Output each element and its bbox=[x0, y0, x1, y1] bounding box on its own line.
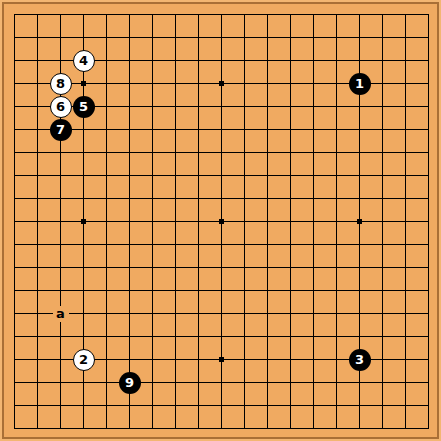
board-intersection[interactable] bbox=[164, 394, 187, 417]
board-intersection[interactable] bbox=[325, 279, 348, 302]
board-intersection[interactable]: 2 bbox=[72, 348, 95, 371]
board-intersection[interactable] bbox=[302, 371, 325, 394]
board-intersection[interactable] bbox=[72, 187, 95, 210]
board-intersection[interactable] bbox=[325, 417, 348, 440]
board-intersection[interactable] bbox=[49, 141, 72, 164]
board-intersection[interactable] bbox=[210, 210, 233, 233]
board-intersection[interactable] bbox=[325, 26, 348, 49]
board-intersection[interactable] bbox=[371, 164, 394, 187]
stone-black-3[interactable]: 3 bbox=[349, 349, 371, 371]
board-intersection[interactable] bbox=[417, 325, 440, 348]
board-intersection[interactable] bbox=[371, 371, 394, 394]
board-intersection[interactable] bbox=[141, 256, 164, 279]
board-intersection[interactable] bbox=[164, 325, 187, 348]
board-intersection[interactable] bbox=[279, 302, 302, 325]
board-intersection[interactable] bbox=[325, 394, 348, 417]
board-intersection[interactable] bbox=[164, 348, 187, 371]
board-intersection[interactable] bbox=[325, 325, 348, 348]
board-intersection[interactable] bbox=[394, 302, 417, 325]
board-intersection[interactable] bbox=[233, 417, 256, 440]
board-intersection[interactable] bbox=[394, 95, 417, 118]
board-intersection[interactable] bbox=[141, 49, 164, 72]
board-intersection[interactable] bbox=[371, 72, 394, 95]
board-intersection[interactable] bbox=[26, 141, 49, 164]
board-intersection[interactable] bbox=[256, 187, 279, 210]
board-intersection[interactable] bbox=[256, 72, 279, 95]
board-intersection[interactable] bbox=[417, 279, 440, 302]
board-intersection[interactable] bbox=[49, 394, 72, 417]
board-intersection[interactable] bbox=[164, 279, 187, 302]
board-intersection[interactable] bbox=[302, 26, 325, 49]
board-intersection[interactable] bbox=[417, 417, 440, 440]
board-intersection[interactable] bbox=[141, 118, 164, 141]
board-intersection[interactable] bbox=[210, 348, 233, 371]
board-intersection[interactable]: 8 bbox=[49, 72, 72, 95]
board-intersection[interactable] bbox=[279, 141, 302, 164]
board-intersection[interactable] bbox=[233, 325, 256, 348]
board-intersection[interactable] bbox=[371, 233, 394, 256]
board-intersection[interactable] bbox=[279, 348, 302, 371]
board-intersection[interactable] bbox=[233, 95, 256, 118]
board-intersection[interactable] bbox=[164, 187, 187, 210]
board-intersection[interactable] bbox=[325, 95, 348, 118]
board-intersection[interactable] bbox=[26, 26, 49, 49]
board-intersection[interactable] bbox=[49, 233, 72, 256]
board-intersection[interactable] bbox=[95, 417, 118, 440]
board-intersection[interactable] bbox=[26, 3, 49, 26]
board-intersection[interactable] bbox=[26, 371, 49, 394]
board-intersection[interactable] bbox=[187, 3, 210, 26]
board-intersection[interactable] bbox=[95, 141, 118, 164]
board-intersection[interactable] bbox=[371, 302, 394, 325]
board-intersection[interactable] bbox=[72, 394, 95, 417]
board-intersection[interactable] bbox=[348, 26, 371, 49]
board-intersection[interactable] bbox=[302, 141, 325, 164]
board-intersection[interactable] bbox=[141, 72, 164, 95]
board-intersection[interactable] bbox=[118, 3, 141, 26]
board-intersection[interactable] bbox=[325, 164, 348, 187]
board-intersection[interactable] bbox=[49, 417, 72, 440]
board-intersection[interactable] bbox=[325, 256, 348, 279]
board-intersection[interactable] bbox=[302, 302, 325, 325]
board-intersection[interactable] bbox=[279, 49, 302, 72]
board-intersection[interactable] bbox=[141, 325, 164, 348]
board-intersection[interactable] bbox=[417, 302, 440, 325]
board-intersection[interactable] bbox=[256, 417, 279, 440]
board-intersection[interactable] bbox=[371, 394, 394, 417]
board-intersection[interactable] bbox=[256, 26, 279, 49]
board-intersection[interactable] bbox=[72, 26, 95, 49]
board-intersection[interactable] bbox=[394, 325, 417, 348]
board-intersection[interactable] bbox=[371, 118, 394, 141]
board-intersection[interactable] bbox=[118, 233, 141, 256]
board-intersection[interactable] bbox=[3, 233, 26, 256]
board-intersection[interactable] bbox=[164, 72, 187, 95]
board-intersection[interactable] bbox=[279, 3, 302, 26]
board-intersection[interactable] bbox=[3, 187, 26, 210]
board-intersection[interactable] bbox=[72, 3, 95, 26]
stone-white-4[interactable]: 4 bbox=[73, 50, 95, 72]
board-intersection[interactable] bbox=[95, 371, 118, 394]
board-intersection[interactable] bbox=[95, 72, 118, 95]
board-intersection[interactable] bbox=[187, 72, 210, 95]
board-intersection[interactable] bbox=[417, 72, 440, 95]
board-intersection[interactable]: 1 bbox=[348, 72, 371, 95]
board-intersection[interactable] bbox=[394, 256, 417, 279]
board-intersection[interactable] bbox=[141, 279, 164, 302]
board-intersection[interactable] bbox=[325, 118, 348, 141]
board-intersection[interactable] bbox=[325, 141, 348, 164]
board-intersection[interactable]: a bbox=[49, 302, 72, 325]
board-intersection[interactable] bbox=[233, 72, 256, 95]
board-intersection[interactable] bbox=[371, 417, 394, 440]
stone-white-2[interactable]: 2 bbox=[73, 349, 95, 371]
board-intersection[interactable] bbox=[210, 256, 233, 279]
board-intersection[interactable] bbox=[279, 210, 302, 233]
board-intersection[interactable] bbox=[233, 348, 256, 371]
stone-white-6[interactable]: 6 bbox=[50, 96, 72, 118]
board-intersection[interactable] bbox=[256, 348, 279, 371]
board-intersection[interactable] bbox=[3, 394, 26, 417]
board-intersection[interactable] bbox=[279, 394, 302, 417]
board-intersection[interactable] bbox=[72, 210, 95, 233]
board-intersection[interactable] bbox=[348, 164, 371, 187]
board-intersection[interactable] bbox=[72, 72, 95, 95]
board-intersection[interactable] bbox=[417, 95, 440, 118]
board-intersection[interactable] bbox=[279, 187, 302, 210]
board-intersection[interactable] bbox=[302, 325, 325, 348]
board-intersection[interactable] bbox=[417, 394, 440, 417]
board-intersection[interactable] bbox=[210, 371, 233, 394]
board-intersection[interactable] bbox=[3, 210, 26, 233]
board-intersection[interactable] bbox=[210, 26, 233, 49]
board-intersection[interactable] bbox=[95, 210, 118, 233]
board-intersection[interactable] bbox=[394, 187, 417, 210]
board-intersection[interactable] bbox=[118, 279, 141, 302]
board-intersection[interactable] bbox=[279, 72, 302, 95]
board-intersection[interactable] bbox=[394, 417, 417, 440]
board-intersection[interactable] bbox=[371, 279, 394, 302]
board-intersection[interactable] bbox=[210, 233, 233, 256]
board-intersection[interactable] bbox=[371, 210, 394, 233]
board-intersection[interactable] bbox=[256, 95, 279, 118]
board-intersection[interactable] bbox=[348, 279, 371, 302]
board-intersection[interactable] bbox=[233, 118, 256, 141]
board-intersection[interactable] bbox=[118, 95, 141, 118]
board-intersection[interactable] bbox=[118, 210, 141, 233]
board-intersection[interactable]: 4 bbox=[72, 49, 95, 72]
board-intersection[interactable] bbox=[394, 279, 417, 302]
board-intersection[interactable] bbox=[95, 118, 118, 141]
board-intersection[interactable] bbox=[118, 302, 141, 325]
stone-black-9[interactable]: 9 bbox=[119, 372, 141, 394]
board-intersection[interactable] bbox=[164, 164, 187, 187]
board-intersection[interactable] bbox=[49, 49, 72, 72]
board-intersection[interactable] bbox=[233, 302, 256, 325]
board-intersection[interactable] bbox=[256, 256, 279, 279]
board-intersection[interactable] bbox=[187, 49, 210, 72]
stone-black-5[interactable]: 5 bbox=[73, 96, 95, 118]
board-intersection[interactable] bbox=[49, 256, 72, 279]
board-intersection[interactable] bbox=[26, 302, 49, 325]
board-intersection[interactable] bbox=[3, 302, 26, 325]
board-intersection[interactable]: 6 bbox=[49, 95, 72, 118]
board-intersection[interactable] bbox=[72, 371, 95, 394]
board-intersection[interactable] bbox=[95, 233, 118, 256]
board-intersection[interactable] bbox=[95, 95, 118, 118]
board-intersection[interactable] bbox=[394, 3, 417, 26]
board-intersection[interactable] bbox=[325, 302, 348, 325]
board-intersection[interactable] bbox=[3, 72, 26, 95]
board-intersection[interactable] bbox=[256, 210, 279, 233]
board-intersection[interactable] bbox=[325, 348, 348, 371]
board-intersection[interactable] bbox=[3, 164, 26, 187]
board-intersection[interactable] bbox=[26, 187, 49, 210]
board-intersection[interactable] bbox=[210, 325, 233, 348]
board-intersection[interactable] bbox=[118, 164, 141, 187]
board-intersection[interactable] bbox=[348, 394, 371, 417]
board-intersection[interactable] bbox=[348, 256, 371, 279]
board-intersection[interactable] bbox=[141, 371, 164, 394]
board-intersection[interactable] bbox=[95, 325, 118, 348]
board-intersection[interactable] bbox=[256, 118, 279, 141]
board-intersection[interactable] bbox=[164, 371, 187, 394]
board-intersection[interactable] bbox=[187, 279, 210, 302]
board-intersection[interactable] bbox=[187, 394, 210, 417]
board-intersection[interactable] bbox=[26, 394, 49, 417]
board-intersection[interactable] bbox=[394, 394, 417, 417]
board-intersection[interactable] bbox=[72, 302, 95, 325]
board-intersection[interactable] bbox=[394, 164, 417, 187]
board-intersection[interactable] bbox=[187, 348, 210, 371]
board-intersection[interactable] bbox=[279, 256, 302, 279]
board-intersection[interactable] bbox=[210, 72, 233, 95]
board-intersection[interactable] bbox=[164, 49, 187, 72]
board-intersection[interactable] bbox=[256, 164, 279, 187]
board-intersection[interactable]: 3 bbox=[348, 348, 371, 371]
board-intersection[interactable] bbox=[279, 164, 302, 187]
board-intersection[interactable] bbox=[3, 3, 26, 26]
board-intersection[interactable] bbox=[371, 26, 394, 49]
board-intersection[interactable] bbox=[49, 348, 72, 371]
board-intersection[interactable]: 5 bbox=[72, 95, 95, 118]
board-intersection[interactable] bbox=[233, 141, 256, 164]
board-intersection[interactable] bbox=[187, 256, 210, 279]
board-intersection[interactable] bbox=[164, 417, 187, 440]
board-intersection[interactable] bbox=[325, 371, 348, 394]
board-intersection[interactable] bbox=[371, 187, 394, 210]
board-intersection[interactable] bbox=[26, 49, 49, 72]
board-intersection[interactable] bbox=[26, 164, 49, 187]
board-intersection[interactable] bbox=[256, 233, 279, 256]
board-intersection[interactable] bbox=[348, 3, 371, 26]
board-intersection[interactable] bbox=[187, 233, 210, 256]
board-intersection[interactable] bbox=[279, 233, 302, 256]
board-intersection[interactable] bbox=[210, 164, 233, 187]
board-intersection[interactable] bbox=[394, 49, 417, 72]
board-intersection[interactable] bbox=[233, 233, 256, 256]
board-intersection[interactable] bbox=[302, 233, 325, 256]
board-intersection[interactable] bbox=[49, 325, 72, 348]
board-intersection[interactable] bbox=[417, 187, 440, 210]
board-intersection[interactable] bbox=[118, 417, 141, 440]
board-intersection[interactable] bbox=[256, 325, 279, 348]
board-intersection[interactable] bbox=[371, 141, 394, 164]
board-intersection[interactable] bbox=[348, 371, 371, 394]
board-intersection[interactable] bbox=[233, 279, 256, 302]
board-intersection[interactable] bbox=[256, 302, 279, 325]
board-intersection[interactable] bbox=[233, 49, 256, 72]
board-intersection[interactable] bbox=[3, 371, 26, 394]
board-intersection[interactable] bbox=[348, 325, 371, 348]
board-intersection[interactable] bbox=[3, 49, 26, 72]
board-intersection[interactable] bbox=[187, 417, 210, 440]
board-intersection[interactable] bbox=[233, 187, 256, 210]
board-intersection[interactable] bbox=[256, 3, 279, 26]
board-intersection[interactable] bbox=[394, 72, 417, 95]
board-intersection[interactable] bbox=[417, 141, 440, 164]
board-intersection[interactable] bbox=[187, 118, 210, 141]
board-intersection[interactable] bbox=[210, 3, 233, 26]
board-intersection[interactable] bbox=[141, 164, 164, 187]
board-intersection[interactable] bbox=[233, 164, 256, 187]
board-intersection[interactable] bbox=[141, 3, 164, 26]
board-intersection[interactable] bbox=[302, 118, 325, 141]
board-intersection[interactable] bbox=[26, 233, 49, 256]
board-intersection[interactable] bbox=[3, 348, 26, 371]
board-intersection[interactable] bbox=[417, 118, 440, 141]
board-intersection[interactable] bbox=[72, 417, 95, 440]
board-intersection[interactable] bbox=[210, 49, 233, 72]
board-intersection[interactable] bbox=[371, 325, 394, 348]
board-intersection[interactable] bbox=[279, 26, 302, 49]
board-intersection[interactable] bbox=[164, 302, 187, 325]
board-intersection[interactable] bbox=[325, 233, 348, 256]
board-intersection[interactable] bbox=[164, 233, 187, 256]
board-intersection[interactable] bbox=[417, 348, 440, 371]
board-intersection[interactable] bbox=[210, 279, 233, 302]
board-intersection[interactable] bbox=[210, 302, 233, 325]
board-intersection[interactable] bbox=[210, 187, 233, 210]
board-intersection[interactable] bbox=[95, 302, 118, 325]
board-intersection[interactable] bbox=[164, 118, 187, 141]
board-intersection[interactable] bbox=[417, 3, 440, 26]
board-intersection[interactable] bbox=[118, 72, 141, 95]
board-intersection[interactable] bbox=[3, 256, 26, 279]
board-intersection[interactable] bbox=[394, 233, 417, 256]
board-intersection[interactable] bbox=[164, 141, 187, 164]
board-intersection[interactable] bbox=[394, 210, 417, 233]
board-intersection[interactable] bbox=[95, 164, 118, 187]
board-intersection[interactable] bbox=[210, 141, 233, 164]
board-intersection[interactable] bbox=[187, 164, 210, 187]
board-intersection[interactable]: 7 bbox=[49, 118, 72, 141]
board-intersection[interactable] bbox=[49, 187, 72, 210]
board-intersection[interactable] bbox=[256, 141, 279, 164]
board-intersection[interactable] bbox=[417, 233, 440, 256]
board-intersection[interactable] bbox=[141, 210, 164, 233]
board-intersection[interactable] bbox=[279, 417, 302, 440]
board-intersection[interactable] bbox=[95, 256, 118, 279]
board-intersection[interactable] bbox=[302, 394, 325, 417]
board-intersection[interactable] bbox=[49, 26, 72, 49]
board-intersection[interactable] bbox=[348, 417, 371, 440]
board-intersection[interactable] bbox=[233, 210, 256, 233]
board-intersection[interactable] bbox=[49, 164, 72, 187]
board-intersection[interactable] bbox=[118, 49, 141, 72]
board-intersection[interactable] bbox=[141, 417, 164, 440]
board-intersection[interactable]: 9 bbox=[118, 371, 141, 394]
board-intersection[interactable] bbox=[325, 3, 348, 26]
board-intersection[interactable] bbox=[233, 394, 256, 417]
board-intersection[interactable] bbox=[233, 256, 256, 279]
board-intersection[interactable] bbox=[348, 118, 371, 141]
board-intersection[interactable] bbox=[95, 348, 118, 371]
board-intersection[interactable] bbox=[394, 26, 417, 49]
board-intersection[interactable] bbox=[394, 118, 417, 141]
board-intersection[interactable] bbox=[187, 302, 210, 325]
board-intersection[interactable] bbox=[371, 348, 394, 371]
board-intersection[interactable] bbox=[302, 49, 325, 72]
board-intersection[interactable] bbox=[26, 118, 49, 141]
board-intersection[interactable] bbox=[417, 371, 440, 394]
board-intersection[interactable] bbox=[325, 49, 348, 72]
board-intersection[interactable] bbox=[118, 187, 141, 210]
board-intersection[interactable] bbox=[348, 210, 371, 233]
point-label-a[interactable]: a bbox=[53, 306, 69, 322]
board-intersection[interactable] bbox=[72, 256, 95, 279]
board-intersection[interactable] bbox=[95, 3, 118, 26]
board-intersection[interactable] bbox=[348, 233, 371, 256]
board-intersection[interactable] bbox=[26, 95, 49, 118]
board-intersection[interactable] bbox=[279, 325, 302, 348]
board-intersection[interactable] bbox=[187, 95, 210, 118]
board-intersection[interactable] bbox=[3, 141, 26, 164]
board-intersection[interactable] bbox=[141, 187, 164, 210]
board-intersection[interactable] bbox=[210, 417, 233, 440]
board-intersection[interactable] bbox=[95, 49, 118, 72]
board-intersection[interactable] bbox=[302, 3, 325, 26]
board-intersection[interactable] bbox=[279, 118, 302, 141]
board-intersection[interactable] bbox=[49, 279, 72, 302]
board-intersection[interactable] bbox=[187, 26, 210, 49]
board-intersection[interactable] bbox=[394, 348, 417, 371]
board-intersection[interactable] bbox=[72, 233, 95, 256]
board-intersection[interactable] bbox=[141, 233, 164, 256]
board-intersection[interactable] bbox=[302, 187, 325, 210]
board-intersection[interactable] bbox=[417, 26, 440, 49]
board-intersection[interactable] bbox=[348, 49, 371, 72]
board-intersection[interactable] bbox=[256, 371, 279, 394]
stone-black-1[interactable]: 1 bbox=[349, 73, 371, 95]
board-intersection[interactable] bbox=[302, 95, 325, 118]
board-intersection[interactable] bbox=[302, 164, 325, 187]
board-intersection[interactable] bbox=[118, 118, 141, 141]
board-intersection[interactable] bbox=[95, 394, 118, 417]
board-intersection[interactable] bbox=[3, 417, 26, 440]
board-intersection[interactable] bbox=[95, 187, 118, 210]
board-intersection[interactable] bbox=[256, 49, 279, 72]
board-intersection[interactable] bbox=[3, 118, 26, 141]
board-intersection[interactable] bbox=[187, 371, 210, 394]
board-intersection[interactable] bbox=[348, 302, 371, 325]
board-intersection[interactable] bbox=[279, 95, 302, 118]
board-intersection[interactable] bbox=[210, 118, 233, 141]
board-intersection[interactable] bbox=[141, 95, 164, 118]
board-intersection[interactable] bbox=[417, 49, 440, 72]
board-intersection[interactable] bbox=[371, 256, 394, 279]
board-intersection[interactable] bbox=[26, 279, 49, 302]
